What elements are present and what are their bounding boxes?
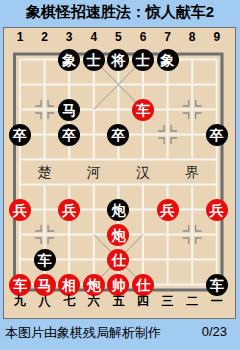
piece-red-7-6[interactable]: 兵	[157, 199, 179, 221]
piece-red-6-9[interactable]: 仕	[132, 274, 154, 296]
file-label-top-4: 4	[84, 30, 104, 44]
piece-black-9-9[interactable]: 车	[206, 274, 228, 296]
file-label-top-1: 1	[10, 30, 30, 44]
page-title: 象棋怪招速胜法：惊人献车2	[0, 3, 240, 25]
file-label-bottom-9: 一	[207, 294, 227, 308]
file-label-bottom-5: 五	[108, 294, 128, 308]
file-label-top-7: 7	[158, 30, 178, 44]
piece-red-3-9[interactable]: 相	[58, 274, 80, 296]
file-label-top-9: 9	[207, 30, 227, 44]
file-label-top-3: 3	[59, 30, 79, 44]
file-label-bottom-6: 四	[133, 294, 153, 308]
river-char-1: 楚	[37, 164, 53, 180]
piece-black-2-8[interactable]: 车	[34, 249, 56, 271]
piece-black-7-0[interactable]: 象	[157, 49, 179, 71]
piece-red-3-6[interactable]: 兵	[58, 199, 80, 221]
river-char-3: 汉	[135, 164, 151, 180]
piece-black-3-3[interactable]: 卒	[58, 124, 80, 146]
piece-black-4-0[interactable]: 士	[83, 49, 105, 71]
file-label-top-6: 6	[133, 30, 153, 44]
piece-red-5-8[interactable]: 仕	[107, 249, 129, 271]
file-label-bottom-2: 八	[35, 294, 55, 308]
file-label-bottom-3: 七	[59, 294, 79, 308]
piece-black-6-0[interactable]: 士	[132, 49, 154, 71]
piece-red-1-6[interactable]: 兵	[9, 199, 31, 221]
file-label-bottom-4: 六	[84, 294, 104, 308]
piece-black-5-3[interactable]: 卒	[107, 124, 129, 146]
file-label-bottom-1: 九	[10, 294, 30, 308]
piece-black-5-0[interactable]: 将	[107, 49, 129, 71]
piece-red-2-9[interactable]: 马	[34, 274, 56, 296]
footer-credit: 本图片由象棋残局解析制作	[5, 324, 161, 342]
piece-red-6-2[interactable]: 车	[132, 99, 154, 121]
piece-red-4-9[interactable]: 炮	[83, 274, 105, 296]
piece-black-9-3[interactable]: 卒	[206, 124, 228, 146]
piece-red-5-7[interactable]: 炮	[107, 224, 129, 246]
piece-black-1-3[interactable]: 卒	[9, 124, 31, 146]
piece-black-5-6[interactable]: 炮	[107, 199, 129, 221]
footer-counter: 0/23	[202, 324, 227, 339]
piece-red-9-6[interactable]: 兵	[206, 199, 228, 221]
file-label-top-5: 5	[108, 30, 128, 44]
piece-red-5-9[interactable]: 帅	[107, 274, 129, 296]
river-char-2: 河	[86, 164, 102, 180]
piece-black-3-0[interactable]: 象	[58, 49, 80, 71]
file-label-top-8: 8	[182, 30, 202, 44]
file-label-bottom-8: 二	[182, 294, 202, 308]
piece-red-1-9[interactable]: 车	[9, 274, 31, 296]
file-label-top-2: 2	[35, 30, 55, 44]
file-label-bottom-7: 三	[158, 294, 178, 308]
piece-black-3-2[interactable]: 马	[58, 99, 80, 121]
river-char-4: 界	[184, 164, 200, 180]
